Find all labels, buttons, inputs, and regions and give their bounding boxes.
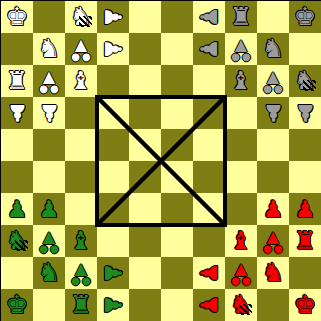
gray-knight: ♞ (262, 33, 284, 65)
green-pawn-up: ♟ (39, 193, 60, 225)
square-0-9[interactable]: ♚ (1, 289, 33, 321)
red-bishop: ♝ (230, 225, 252, 257)
zebra-stripes (303, 80, 316, 91)
square-3-6[interactable] (97, 193, 129, 225)
white-pawn-right: ♟ (97, 7, 129, 28)
square-3-1[interactable]: ♟ (97, 33, 129, 65)
red-pawn-left: ♟ (193, 295, 225, 316)
white-cannon: ▲●● (69, 38, 92, 61)
square-6-8[interactable]: ♟ (193, 257, 225, 289)
square-2-7[interactable]: ♝ (65, 225, 97, 257)
square-8-3[interactable]: ♟ (257, 97, 289, 129)
square-2-2[interactable]: ♝ (65, 65, 97, 97)
square-8-4[interactable] (257, 129, 289, 161)
square-9-2[interactable]: ♞ (289, 65, 321, 97)
square-3-3[interactable] (97, 97, 129, 129)
square-9-8[interactable] (289, 257, 321, 289)
square-5-2[interactable] (161, 65, 193, 97)
square-4-5[interactable] (129, 161, 161, 193)
white-striped-knight: ♞ (70, 1, 92, 33)
square-4-7[interactable] (129, 225, 161, 257)
square-9-6[interactable]: ♟ (289, 193, 321, 225)
square-1-9[interactable] (33, 289, 65, 321)
green-knight: ♞ (38, 257, 60, 289)
square-0-2[interactable]: ♜ (1, 65, 33, 97)
gray-pawn-left: ♟ (193, 7, 225, 28)
square-8-5[interactable] (257, 161, 289, 193)
square-2-8[interactable]: ▲●● (65, 257, 97, 289)
square-3-8[interactable]: ♟ (97, 257, 129, 289)
square-7-9[interactable]: ♞ (225, 289, 257, 321)
board: ♚♞♟♟♜♚♞▲●●♟♟▲●●♞♜▲●●♝♝▲●●♞♟♟♟♟♟♟♟♟♞▲●●♝♝… (0, 0, 321, 321)
square-3-7[interactable] (97, 225, 129, 257)
red-cannon: ▲●● (261, 230, 284, 253)
red-knight: ♞ (262, 257, 284, 289)
square-5-7[interactable] (161, 225, 193, 257)
square-4-9[interactable] (129, 289, 161, 321)
square-0-7[interactable]: ♞ (1, 225, 33, 257)
green-pawn-up: ♟ (7, 193, 28, 225)
white-pawn-right: ♟ (97, 39, 129, 60)
gray-pawn-down: ♟ (263, 97, 284, 129)
square-8-0[interactable] (257, 1, 289, 33)
square-0-0[interactable]: ♚ (1, 1, 33, 33)
square-3-5[interactable] (97, 161, 129, 193)
square-7-3[interactable] (225, 97, 257, 129)
square-7-7[interactable]: ♝ (225, 225, 257, 257)
square-7-1[interactable]: ▲●● (225, 33, 257, 65)
square-2-5[interactable] (65, 161, 97, 193)
square-7-2[interactable]: ♝ (225, 65, 257, 97)
green-rook: ♜ (70, 289, 92, 321)
square-8-1[interactable]: ♞ (257, 33, 289, 65)
red-pawn-up: ♟ (295, 193, 316, 225)
square-6-1[interactable]: ♟ (193, 33, 225, 65)
green-striped-knight: ♞ (6, 225, 28, 257)
square-1-7[interactable]: ▲●● (33, 225, 65, 257)
square-2-9[interactable]: ♜ (65, 289, 97, 321)
square-1-4[interactable] (33, 129, 65, 161)
square-6-3[interactable] (193, 97, 225, 129)
square-9-7[interactable]: ♜ (289, 225, 321, 257)
square-5-8[interactable] (161, 257, 193, 289)
square-2-4[interactable] (65, 129, 97, 161)
green-bishop: ♝ (70, 225, 92, 257)
square-0-5[interactable] (1, 161, 33, 193)
square-6-9[interactable]: ♟ (193, 289, 225, 321)
white-cannon: ▲●● (37, 70, 60, 93)
square-1-3[interactable]: ♟ (33, 97, 65, 129)
square-5-1[interactable] (161, 33, 193, 65)
square-8-9[interactable] (257, 289, 289, 321)
square-5-3[interactable] (161, 97, 193, 129)
square-4-2[interactable] (129, 65, 161, 97)
square-5-0[interactable] (161, 1, 193, 33)
square-9-9[interactable]: ♚ (289, 289, 321, 321)
square-8-8[interactable]: ♞ (257, 257, 289, 289)
red-rook: ♜ (294, 225, 316, 257)
square-8-6[interactable]: ♟ (257, 193, 289, 225)
square-1-1[interactable]: ♞ (33, 33, 65, 65)
square-2-0[interactable]: ♞ (65, 1, 97, 33)
square-7-0[interactable]: ♜ (225, 1, 257, 33)
square-4-4[interactable] (129, 129, 161, 161)
square-7-4[interactable] (225, 129, 257, 161)
gray-rook: ♜ (230, 1, 252, 33)
gray-bishop: ♝ (230, 65, 252, 97)
square-6-6[interactable] (193, 193, 225, 225)
zebra-stripes (239, 304, 252, 315)
square-4-3[interactable] (129, 97, 161, 129)
zebra-stripes (79, 16, 92, 27)
square-5-9[interactable] (161, 289, 193, 321)
white-knight: ♞ (38, 33, 60, 65)
green-pawn-right: ♟ (97, 295, 129, 316)
square-0-4[interactable] (1, 129, 33, 161)
green-cannon: ▲●● (69, 262, 92, 285)
square-0-6[interactable]: ♟ (1, 193, 33, 225)
green-pawn-right: ♟ (97, 263, 129, 284)
red-pawn-up: ♟ (263, 193, 284, 225)
red-pawn-left: ♟ (193, 263, 225, 284)
square-7-6[interactable] (225, 193, 257, 225)
square-3-0[interactable]: ♟ (97, 1, 129, 33)
square-3-2[interactable] (97, 65, 129, 97)
square-1-0[interactable] (33, 1, 65, 33)
square-8-2[interactable]: ▲●● (257, 65, 289, 97)
square-6-5[interactable] (193, 161, 225, 193)
gray-striped-knight: ♞ (294, 65, 316, 97)
zebra-stripes (15, 240, 28, 251)
square-9-5[interactable] (289, 161, 321, 193)
square-5-6[interactable] (161, 193, 193, 225)
white-bishop: ♝ (70, 65, 92, 97)
square-3-4[interactable] (97, 129, 129, 161)
square-0-3[interactable]: ♟ (1, 97, 33, 129)
square-6-0[interactable]: ♟ (193, 1, 225, 33)
square-9-1[interactable] (289, 33, 321, 65)
square-4-6[interactable] (129, 193, 161, 225)
square-9-0[interactable]: ♚ (289, 1, 321, 33)
red-cannon: ▲●● (229, 262, 252, 285)
square-2-3[interactable] (65, 97, 97, 129)
square-0-1[interactable] (1, 33, 33, 65)
square-4-0[interactable] (129, 1, 161, 33)
square-1-5[interactable] (33, 161, 65, 193)
square-4-8[interactable] (129, 257, 161, 289)
square-6-4[interactable] (193, 129, 225, 161)
square-7-8[interactable]: ▲●● (225, 257, 257, 289)
red-king: ♚ (294, 289, 316, 321)
white-rook: ♜ (6, 65, 28, 97)
white-pawn-down: ♟ (7, 97, 28, 129)
green-king: ♚ (6, 289, 28, 321)
white-pawn-down: ♟ (39, 97, 60, 129)
square-6-2[interactable] (193, 65, 225, 97)
gray-pawn-down: ♟ (295, 97, 316, 129)
square-5-5[interactable] (161, 161, 193, 193)
square-5-4[interactable] (161, 129, 193, 161)
square-3-9[interactable]: ♟ (97, 289, 129, 321)
square-8-7[interactable]: ▲●● (257, 225, 289, 257)
square-1-6[interactable]: ♟ (33, 193, 65, 225)
square-2-6[interactable] (65, 193, 97, 225)
square-2-1[interactable]: ▲●● (65, 33, 97, 65)
white-king: ♚ (6, 1, 28, 33)
red-striped-knight: ♞ (230, 289, 252, 321)
gray-cannon: ▲●● (261, 70, 284, 93)
square-7-5[interactable] (225, 161, 257, 193)
square-4-1[interactable] (129, 33, 161, 65)
gray-king: ♚ (294, 1, 316, 33)
square-9-4[interactable] (289, 129, 321, 161)
square-1-8[interactable]: ♞ (33, 257, 65, 289)
square-9-3[interactable]: ♟ (289, 97, 321, 129)
square-6-7[interactable] (193, 225, 225, 257)
square-1-2[interactable]: ▲●● (33, 65, 65, 97)
gray-cannon: ▲●● (229, 38, 252, 61)
gray-pawn-left: ♟ (193, 39, 225, 60)
green-cannon: ▲●● (37, 230, 60, 253)
square-0-8[interactable] (1, 257, 33, 289)
